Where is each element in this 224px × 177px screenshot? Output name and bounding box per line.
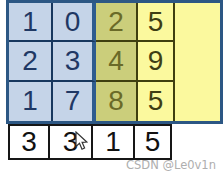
result-cell: 5 [133,124,172,160]
matrix-cell: 7 [53,82,96,121]
matrix-cell: 5 [138,82,175,121]
matrix-cell: 5 [138,3,175,42]
matrix-cell: 9 [138,42,175,81]
matrix-cell: 1 [9,3,53,42]
result-cell: 3 [8,124,50,160]
matrix-cell: 0 [53,3,96,42]
matrix-cell: 1 [9,82,53,121]
matrix-cell-overlap: 8 [96,82,138,121]
matrix-grid: 1 0 2 5 2 3 4 9 1 7 8 5 [6,0,223,124]
canvas: 1 0 2 5 2 3 4 9 1 7 8 5 3 3 1 5 CSDN @Le… [0,0,224,177]
result-cell: 1 [91,124,135,160]
matrix-cell-overlap: 4 [96,42,138,81]
mouse-cursor-icon [74,131,88,151]
result-row: 3 3 1 5 [8,124,172,160]
watermark: CSDN @Le0v1n [126,158,216,172]
matrix-cell-overlap: 2 [96,3,138,42]
empty-window-column [175,3,220,121]
matrix-cell: 2 [9,42,53,81]
matrix-cell: 3 [53,42,96,81]
